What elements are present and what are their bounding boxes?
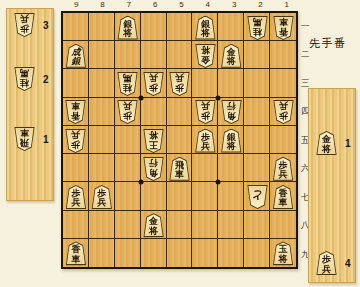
piece-kanji: 金将 [222, 45, 241, 67]
hand-count-gote-pawn: 3 [43, 20, 49, 31]
piece-sente-silver-4a[interactable]: 銀将 [195, 16, 216, 40]
piece-kanji: 歩兵 [274, 158, 293, 180]
piece-kanji: 歩兵 [92, 186, 111, 208]
piece-kanji: 玉将 [274, 242, 293, 264]
piece-gote-pawn-6c[interactable]: 歩兵 [143, 72, 164, 96]
piece-kanji: 銀将 [222, 130, 241, 152]
piece-kanji: 歩兵 [196, 130, 215, 152]
piece-sente-gold[interactable]: 金将 [316, 131, 337, 155]
hoshi-dot [138, 95, 143, 100]
rank-label-2: 二 [301, 49, 310, 61]
piece-kanji: 桂馬 [15, 68, 34, 90]
piece-kanji: 銀将 [118, 17, 137, 39]
piece-sente-king-1i[interactable]: 玉将 [273, 241, 294, 265]
piece-sente-lance-1g[interactable]: 香車 [273, 185, 294, 209]
shogi-diagram: 銀将銀将桂馬香車成銀金将金将桂馬歩兵歩兵香車歩兵歩兵角行歩兵歩兵王将歩兵銀将角行… [0, 0, 360, 287]
piece-gote-knight[interactable]: 桂馬 [14, 67, 35, 91]
hoshi-dot [216, 95, 221, 100]
piece-kanji: 桂馬 [118, 73, 137, 95]
piece-kanji: 金将 [196, 45, 215, 67]
piece-kanji: 歩兵 [66, 130, 85, 152]
piece-kanji: 歩兵 [317, 252, 336, 274]
file-label-9: 9 [74, 0, 78, 9]
piece-kanji: 歩兵 [196, 101, 215, 123]
piece-sente-silver-3e[interactable]: 銀将 [221, 129, 242, 153]
piece-gote-tokin-2g[interactable]: と [247, 185, 268, 209]
piece-kanji: 金将 [144, 214, 163, 236]
file-label-4: 4 [206, 0, 210, 9]
piece-kanji: 飛車 [15, 128, 34, 150]
piece-kanji: 角行 [222, 101, 241, 123]
hoshi-dot [138, 180, 143, 185]
piece-kanji: 歩兵 [118, 101, 137, 123]
file-label-5: 5 [179, 0, 183, 9]
board: 銀将銀将桂馬香車成銀金将金将桂馬歩兵歩兵香車歩兵歩兵角行歩兵歩兵王将歩兵銀将角行… [61, 11, 298, 269]
hand-count-gote-knight: 2 [43, 74, 49, 85]
piece-kanji: 歩兵 [66, 186, 85, 208]
file-label-3: 3 [232, 0, 236, 9]
turn-indicator: 先手番 [309, 36, 359, 51]
piece-sente-promoted-silver-9b[interactable]: 成銀 [65, 44, 86, 68]
piece-kanji: 歩兵 [144, 73, 163, 95]
piece-kanji: 歩兵 [170, 73, 189, 95]
piece-gote-rook[interactable]: 飛車 [14, 127, 35, 151]
piece-kanji: と [248, 186, 267, 208]
piece-gote-lance-9d[interactable]: 香車 [65, 100, 86, 124]
piece-sente-gold-6h[interactable]: 金将 [143, 213, 164, 237]
gote-piece-stand: 歩兵3桂馬2飛車1 [6, 8, 54, 201]
piece-kanji: 角行 [144, 158, 163, 180]
piece-kanji: 王将 [144, 130, 163, 152]
piece-gote-bishop-6f[interactable]: 角行 [143, 157, 164, 181]
file-label-7: 7 [127, 0, 131, 9]
piece-kanji: 桂馬 [248, 17, 267, 39]
file-label-1: 1 [285, 0, 289, 9]
pieces-layer: 銀将銀将桂馬香車成銀金将金将桂馬歩兵歩兵香車歩兵歩兵角行歩兵歩兵王将歩兵銀将角行… [63, 13, 296, 267]
piece-gote-lance-1a[interactable]: 香車 [273, 16, 294, 40]
piece-kanji: 香車 [66, 242, 85, 264]
piece-sente-rook-5f[interactable]: 飛車 [169, 157, 190, 181]
piece-kanji: 香車 [274, 186, 293, 208]
hand-count-sente-pawn: 4 [345, 258, 351, 269]
hoshi-dot [216, 180, 221, 185]
piece-gote-king-6e[interactable]: 王将 [143, 129, 164, 153]
piece-kanji: 金将 [317, 132, 336, 154]
piece-gote-pawn-4d[interactable]: 歩兵 [195, 100, 216, 124]
piece-sente-lance-9i[interactable]: 香車 [65, 241, 86, 265]
piece-sente-pawn-4e[interactable]: 歩兵 [195, 129, 216, 153]
piece-gote-knight-7c[interactable]: 桂馬 [117, 72, 138, 96]
piece-sente-pawn-9g[interactable]: 歩兵 [65, 185, 86, 209]
hand-count-gote-rook: 1 [43, 134, 49, 145]
piece-gote-pawn-7d[interactable]: 歩兵 [117, 100, 138, 124]
piece-kanji: 香車 [66, 101, 85, 123]
piece-gote-bishop-3d[interactable]: 角行 [221, 100, 242, 124]
sente-piece-stand: 金将1歩兵4 [308, 88, 356, 283]
piece-sente-pawn-8g[interactable]: 歩兵 [91, 185, 112, 209]
piece-kanji: 銀将 [196, 17, 215, 39]
file-label-6: 6 [153, 0, 157, 9]
piece-kanji: 成銀 [66, 45, 85, 67]
piece-gote-pawn-1d[interactable]: 歩兵 [273, 100, 294, 124]
file-label-2: 2 [258, 0, 262, 9]
hand-count-sente-gold: 1 [345, 138, 351, 149]
piece-gote-gold-4b[interactable]: 金将 [195, 44, 216, 68]
piece-kanji: 飛車 [170, 158, 189, 180]
piece-sente-pawn-1f[interactable]: 歩兵 [273, 157, 294, 181]
piece-sente-pawn[interactable]: 歩兵 [316, 251, 337, 275]
piece-sente-gold-3b[interactable]: 金将 [221, 44, 242, 68]
rank-label-1: 一 [301, 21, 310, 33]
piece-gote-knight-2a[interactable]: 桂馬 [247, 16, 268, 40]
piece-sente-silver-7a[interactable]: 銀将 [117, 16, 138, 40]
file-label-8: 8 [100, 0, 104, 9]
piece-kanji: 歩兵 [274, 101, 293, 123]
piece-gote-pawn-5c[interactable]: 歩兵 [169, 72, 190, 96]
piece-kanji: 歩兵 [15, 14, 34, 36]
piece-gote-pawn-9e[interactable]: 歩兵 [65, 129, 86, 153]
piece-kanji: 香車 [274, 17, 293, 39]
piece-gote-pawn[interactable]: 歩兵 [14, 13, 35, 37]
